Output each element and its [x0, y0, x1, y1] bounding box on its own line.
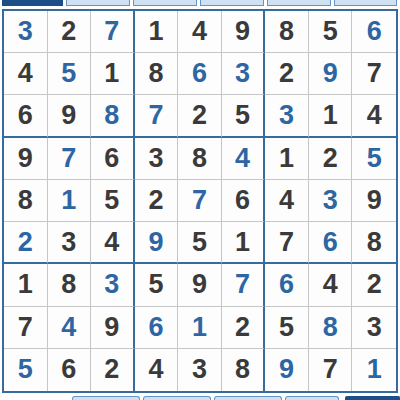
cell-r9c8[interactable]: 7 [309, 349, 353, 391]
cell-r2c6[interactable]: 3 [222, 53, 266, 95]
cell-r8c4[interactable]: 6 [135, 307, 179, 349]
cell-r3c2[interactable]: 9 [48, 95, 92, 137]
cutoff-bottom-button-4[interactable] [285, 396, 339, 400]
cell-r7c9[interactable]: 2 [352, 264, 396, 306]
cell-r5c6[interactable]: 6 [222, 180, 266, 222]
cell-r9c1[interactable]: 5 [4, 349, 48, 391]
cell-r1c4[interactable]: 1 [135, 11, 179, 53]
cell-r4c3[interactable]: 6 [91, 138, 135, 180]
cell-r2c5[interactable]: 6 [178, 53, 222, 95]
cell-r1c5[interactable]: 4 [178, 11, 222, 53]
cell-r8c6[interactable]: 2 [222, 307, 266, 349]
cutoff-top-segment-6 [334, 0, 397, 6]
cell-r7c3[interactable]: 3 [91, 264, 135, 306]
cell-r7c2[interactable]: 8 [48, 264, 92, 306]
cell-r2c4[interactable]: 8 [135, 53, 179, 95]
cell-r7c7[interactable]: 6 [265, 264, 309, 306]
cell-r9c9[interactable]: 1 [352, 349, 396, 391]
cell-r5c4[interactable]: 2 [135, 180, 179, 222]
cell-r3c5[interactable]: 2 [178, 95, 222, 137]
cell-r4c6[interactable]: 4 [222, 138, 266, 180]
cell-r5c5[interactable]: 7 [178, 180, 222, 222]
cell-r8c7[interactable]: 5 [265, 307, 309, 349]
cell-r7c8[interactable]: 4 [309, 264, 353, 306]
sudoku-grid: 3271498564518632976987253149763841258152… [2, 9, 398, 393]
cell-r4c4[interactable]: 3 [135, 138, 179, 180]
cell-r3c8[interactable]: 1 [309, 95, 353, 137]
cell-r8c1[interactable]: 7 [4, 307, 48, 349]
cell-r1c9[interactable]: 6 [352, 11, 396, 53]
cell-r3c6[interactable]: 5 [222, 95, 266, 137]
cell-r5c3[interactable]: 5 [91, 180, 135, 222]
cell-r9c6[interactable]: 8 [222, 349, 266, 391]
cell-r6c4[interactable]: 9 [135, 222, 179, 264]
cell-r5c9[interactable]: 9 [352, 180, 396, 222]
cell-r2c3[interactable]: 1 [91, 53, 135, 95]
cell-r7c1[interactable]: 1 [4, 264, 48, 306]
cell-r9c4[interactable]: 4 [135, 349, 179, 391]
cutoff-bottom-button-2[interactable] [143, 396, 211, 400]
cell-r3c3[interactable]: 8 [91, 95, 135, 137]
cell-r2c1[interactable]: 4 [4, 53, 48, 95]
cutoff-top-segment-3 [133, 0, 197, 6]
cutoff-top-segment-2 [66, 0, 130, 6]
cell-r1c1[interactable]: 3 [4, 11, 48, 53]
cell-r8c8[interactable]: 8 [309, 307, 353, 349]
cell-r5c1[interactable]: 8 [4, 180, 48, 222]
cell-r4c8[interactable]: 2 [309, 138, 353, 180]
cutoff-bottom-button-5[interactable] [345, 396, 400, 400]
cell-r4c9[interactable]: 5 [352, 138, 396, 180]
cutoff-toolbar-top [0, 0, 400, 9]
cell-r9c7[interactable]: 9 [265, 349, 309, 391]
cell-r5c8[interactable]: 3 [309, 180, 353, 222]
cell-r8c9[interactable]: 3 [352, 307, 396, 349]
cell-r6c8[interactable]: 6 [309, 222, 353, 264]
cell-r6c9[interactable]: 8 [352, 222, 396, 264]
cutoff-top-segment-5 [267, 0, 331, 6]
cutoff-top-segment-4 [200, 0, 264, 6]
cell-r5c2[interactable]: 1 [48, 180, 92, 222]
cell-r6c6[interactable]: 1 [222, 222, 266, 264]
cell-r2c2[interactable]: 5 [48, 53, 92, 95]
cell-r6c5[interactable]: 5 [178, 222, 222, 264]
cutoff-bottom-button-1[interactable] [72, 396, 140, 400]
cell-r3c9[interactable]: 4 [352, 95, 396, 137]
cell-r1c8[interactable]: 5 [309, 11, 353, 53]
cell-r5c7[interactable]: 4 [265, 180, 309, 222]
cell-r6c1[interactable]: 2 [4, 222, 48, 264]
cutoff-bottom-button-3[interactable] [214, 396, 282, 400]
cell-r6c7[interactable]: 7 [265, 222, 309, 264]
sudoku-screen: 3271498564518632976987253149763841258152… [0, 0, 400, 400]
cell-r9c3[interactable]: 2 [91, 349, 135, 391]
cell-r1c7[interactable]: 8 [265, 11, 309, 53]
cell-r7c5[interactable]: 9 [178, 264, 222, 306]
cutoff-top-segment-1 [2, 0, 63, 6]
cell-r4c5[interactable]: 8 [178, 138, 222, 180]
cell-r9c2[interactable]: 6 [48, 349, 92, 391]
cell-r8c2[interactable]: 4 [48, 307, 92, 349]
cell-r6c2[interactable]: 3 [48, 222, 92, 264]
cell-r7c6[interactable]: 7 [222, 264, 266, 306]
cell-r4c7[interactable]: 1 [265, 138, 309, 180]
cell-r1c2[interactable]: 2 [48, 11, 92, 53]
cell-r8c5[interactable]: 1 [178, 307, 222, 349]
cell-r9c5[interactable]: 3 [178, 349, 222, 391]
cell-r4c2[interactable]: 7 [48, 138, 92, 180]
cell-r2c8[interactable]: 9 [309, 53, 353, 95]
cutoff-buttons-bottom [0, 395, 400, 400]
cell-r3c1[interactable]: 6 [4, 95, 48, 137]
cell-r2c9[interactable]: 7 [352, 53, 396, 95]
cell-r3c4[interactable]: 7 [135, 95, 179, 137]
cell-r4c1[interactable]: 9 [4, 138, 48, 180]
cell-r6c3[interactable]: 4 [91, 222, 135, 264]
cell-r2c7[interactable]: 2 [265, 53, 309, 95]
cell-r1c3[interactable]: 7 [91, 11, 135, 53]
cell-r3c7[interactable]: 3 [265, 95, 309, 137]
cell-r1c6[interactable]: 9 [222, 11, 266, 53]
cell-r7c4[interactable]: 5 [135, 264, 179, 306]
cell-r8c3[interactable]: 9 [91, 307, 135, 349]
